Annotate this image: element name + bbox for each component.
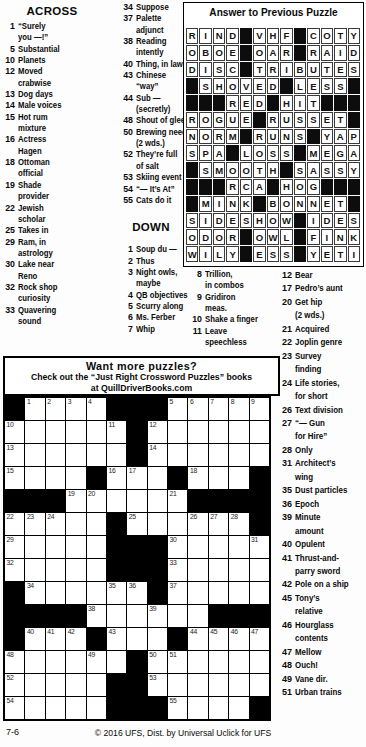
puzzle-cell[interactable] [188,559,207,581]
clue-number: 52 [118,149,133,160]
puzzle-cell[interactable] [168,605,187,627]
puzzle-cell[interactable]: 53 [148,674,167,696]
cell-number: 1 [27,398,30,406]
answer-cell: B [267,196,279,212]
puzzle-cell-black [127,697,146,719]
clue-across-1: 1“Surely you —!” [0,21,118,44]
puzzle-cell[interactable] [25,536,44,558]
puzzle-cell[interactable] [66,559,85,581]
answer-cell: A [321,45,333,61]
puzzle-cell[interactable] [148,490,167,512]
puzzle-cell[interactable] [87,536,106,558]
puzzle-cell[interactable]: 6 [188,398,207,420]
cell-number: 12 [149,421,156,429]
puzzle-cell[interactable]: 23 [25,513,44,535]
puzzle-cell[interactable]: 20 [87,490,106,512]
puzzle-cell[interactable] [66,536,85,558]
answer-cell: G [334,145,346,161]
cell-number: 26 [190,513,197,521]
answer-cell-black [186,95,198,111]
puzzle-cell[interactable] [148,467,167,489]
puzzle-cell[interactable] [87,697,106,719]
answer-cell: R [226,179,238,195]
puzzle-cell[interactable] [25,467,44,489]
cell-number: 49 [88,651,95,659]
answer-cell: O [213,229,225,245]
answer-cell-black [186,162,198,178]
puzzle-cell[interactable]: 44 [188,628,207,650]
across-header: ACROSS [0,5,104,18]
cell-number: 43 [108,628,115,636]
answer-cell: A [213,145,225,161]
answer-cell: S [199,78,211,94]
clue-down-22: 22Joplin genre [275,336,366,349]
puzzle-cell[interactable] [25,697,44,719]
answer-cell: O [186,229,198,245]
cell-number: 46 [231,628,238,636]
puzzle-cell[interactable] [46,467,65,489]
clue-number: 22 [275,336,292,349]
answer-cell: O [267,213,279,229]
puzzle-cell[interactable]: 52 [5,674,24,696]
puzzle-cell[interactable] [46,697,65,719]
puzzle-cell[interactable] [25,651,44,673]
puzzle-cell[interactable]: 33 [168,559,187,581]
puzzle-cell[interactable]: 17 [127,467,146,489]
puzzle-cell[interactable] [229,582,248,604]
puzzle-cell[interactable]: 1 [25,398,44,420]
puzzle-cell-black [87,628,106,650]
puzzle-cell[interactable]: 2 [46,398,65,420]
puzzle-cell[interactable] [188,697,207,719]
clue-text: Life stories, for short [295,377,357,404]
puzzle-cell[interactable]: 51 [168,651,187,673]
puzzle-cell-black [148,697,167,719]
clue-down-21: 21Acquired [275,323,366,336]
clue-number: 1 [118,244,133,255]
answer-cell: I [307,213,319,229]
puzzle-cell[interactable] [209,467,228,489]
answer-box-title: Answer to Previous Puzzle [188,6,360,18]
puzzle-cell[interactable]: 40 [25,628,44,650]
clue-across-16: 16Actress Hagen [0,134,118,157]
puzzle-cell[interactable] [66,421,85,443]
clue-text: “— Gun for Hire” [295,417,357,444]
clue-text: Shake a finger [205,314,267,325]
answer-cell: S [334,162,346,178]
puzzle-cell[interactable]: 19 [66,490,85,512]
puzzle-cell[interactable]: 25 [127,513,146,535]
puzzle-cell[interactable] [168,444,187,466]
clue-text: Survey finding [295,350,357,377]
puzzle-cell-black [250,467,269,489]
puzzle-cell[interactable] [188,582,207,604]
clue-down-5: 5Scurry along [118,301,184,312]
clue-across-5: 5Substantial [0,44,118,55]
clue-text: Whip [136,324,178,335]
puzzle-cell[interactable]: 41 [46,628,65,650]
puzzle-cell[interactable]: 24 [46,513,65,535]
answer-cell-black [280,78,292,94]
answer-cell: K [348,229,360,245]
puzzle-cell[interactable] [87,421,106,443]
answer-cell: Y [348,28,360,44]
puzzle-cell-black [107,674,126,696]
answer-cell-black [240,28,252,44]
clue-text: “— It’s At” [136,184,178,195]
answer-cell: H [280,179,292,195]
puzzle-cell[interactable] [250,421,269,443]
puzzle-cell[interactable] [250,444,269,466]
puzzle-cell[interactable] [250,582,269,604]
puzzle-cell[interactable] [66,582,85,604]
clue-number: 40 [275,538,292,551]
clue-across-52: 52They’re full of salt [118,149,184,172]
puzzle-cell[interactable]: 42 [66,628,85,650]
clue-number: 54 [118,184,133,195]
puzzle-cell[interactable]: 35 [107,582,126,604]
puzzle-cell[interactable]: 31 [250,536,269,558]
puzzle-cell[interactable] [148,628,167,650]
puzzle-cell[interactable]: 16 [107,467,126,489]
answer-cell: E [334,213,346,229]
puzzle-cell[interactable] [87,582,106,604]
puzzle-cell[interactable]: 5 [168,398,187,420]
answer-cell: N [294,196,306,212]
puzzle-cell[interactable] [209,559,228,581]
clue-number: 29 [0,237,15,248]
answer-cell: M [199,196,211,212]
answer-cell: E [321,145,333,161]
puzzle-cell[interactable] [168,421,187,443]
answer-cell: Y [226,246,238,262]
clue-number: 10 [185,314,202,325]
puzzle-cell[interactable] [87,559,106,581]
puzzle-cell[interactable] [66,513,85,535]
puzzle-cell[interactable]: 9 [250,398,269,420]
clue-down-45: 45Tony’s relative [275,592,366,619]
puzzle-cell[interactable] [229,467,248,489]
cell-number: 47 [251,628,258,636]
puzzle-cell[interactable] [188,651,207,673]
puzzle-cell[interactable]: 18 [188,467,207,489]
puzzle-cell[interactable] [209,674,228,696]
puzzle-cell[interactable]: 14 [148,444,167,466]
puzzle-cell-black [5,628,24,650]
puzzle-cell[interactable] [148,513,167,535]
answer-cell: A [253,179,265,195]
clue-across-25: 25Takes in [0,225,118,236]
answer-cell-black [267,95,279,111]
puzzle-cell[interactable] [25,421,44,443]
puzzle-cell[interactable] [209,421,228,443]
clue-text: Ram, in astrology [18,237,106,260]
main-puzzle-grid[interactable]: 1234567891011121314151617181920212223242… [3,396,271,721]
clue-number: 31 [275,457,292,470]
clue-text: Palette adjunct [136,13,178,36]
clue-number: 10 [0,55,15,66]
answer-cell: O [199,129,211,145]
across-clue-list-1: 1“Surely you —!”5Substantial10Planets12M… [0,21,118,327]
clue-text: Leave speechless [205,326,267,349]
puzzle-cell[interactable]: 13 [5,444,24,466]
puzzle-cell-black [168,628,187,650]
across-clues-column-1: ACROSS 1“Surely you —!”5Substantial10Pla… [0,5,118,327]
puzzle-cell[interactable]: 37 [168,582,187,604]
puzzle-cell[interactable] [250,651,269,673]
clue-down-31: 31Architect’s wing [275,457,366,484]
puzzle-cell-black [127,536,146,558]
puzzle-cell[interactable] [46,674,65,696]
answer-cell-black [307,129,319,145]
clue-text: Night owls, maybe [136,267,178,290]
answer-cell: I [348,246,360,262]
puzzle-cell[interactable] [87,674,106,696]
cell-number: 22 [7,513,14,521]
puzzle-cell[interactable] [25,559,44,581]
clue-across-19: 19Shade provider [0,180,118,203]
puzzle-cell[interactable]: 28 [229,513,248,535]
answer-cell: N [280,129,292,145]
clue-across-55: 55Cats do it [118,195,184,206]
clue-number: 36 [275,498,292,511]
clue-down-20: 20Get hip (2 wds.) [275,296,366,323]
puzzle-cell[interactable]: 39 [148,605,167,627]
puzzle-cell[interactable] [229,651,248,673]
puzzle-cell[interactable]: 38 [87,605,106,627]
puzzle-cell[interactable] [229,444,248,466]
cell-number: 18 [190,467,197,475]
clue-across-33: 33Quavering sound [0,305,118,328]
puzzle-cell[interactable] [107,605,126,627]
puzzle-cell-black [5,490,24,512]
answer-cell: D [321,213,333,229]
puzzle-cell[interactable] [209,536,228,558]
clue-across-14: 14Male voices [0,100,118,111]
answer-cell: U [267,129,279,145]
clue-text: Joplin genre [295,336,357,349]
clue-across-30: 30Lake near Reno [0,259,118,282]
answer-cell: C [240,179,252,195]
clue-number: 34 [118,2,133,13]
answer-cell: I [294,95,306,111]
answer-cell: S [348,62,360,78]
clues-column-2: 34Suppose37Palette adjunct38Reading inte… [118,2,184,335]
puzzle-cell[interactable] [127,605,146,627]
answer-cell-black [321,95,333,111]
answer-cell-black [240,229,252,245]
answer-cell: H [253,213,265,229]
clue-number: 46 [275,619,292,632]
puzzle-cell[interactable] [188,536,207,558]
answer-cell: E [253,246,265,262]
puzzle-cell[interactable]: 55 [168,697,187,719]
puzzle-cell[interactable]: 36 [127,582,146,604]
clue-number: 4 [118,290,133,301]
cell-number: 55 [170,697,177,705]
puzzle-cell[interactable] [87,513,106,535]
clue-text: Shade provider [18,180,106,203]
answer-cell: O [199,112,211,128]
puzzle-cell[interactable]: 32 [5,559,24,581]
puzzle-cell[interactable]: 3 [66,398,85,420]
cell-number: 41 [47,628,54,636]
puzzle-cell[interactable]: 43 [107,628,126,650]
puzzle-cell[interactable] [188,674,207,696]
puzzle-cell[interactable]: 46 [229,628,248,650]
answer-cell: D [348,45,360,61]
down-header: DOWN [118,221,184,234]
clue-number: 16 [0,134,15,145]
puzzle-cell[interactable] [250,674,269,696]
clue-number: 30 [0,259,15,270]
puzzle-cell[interactable]: 49 [87,651,106,673]
puzzle-cell[interactable] [25,674,44,696]
puzzle-cell[interactable]: 54 [5,697,24,719]
puzzle-cell[interactable] [46,651,65,673]
answer-cell: V [240,78,252,94]
puzzle-cell[interactable] [107,444,126,466]
clue-down-10: 10Shake a finger [185,314,275,325]
puzzle-cell[interactable] [46,559,65,581]
puzzle-cell[interactable] [188,605,207,627]
clue-number: 40 [118,59,133,70]
answer-cell: I [199,28,211,44]
puzzle-cell[interactable] [46,582,65,604]
answer-cell: C [226,62,238,78]
puzzle-cell[interactable] [87,444,106,466]
clue-number: 33 [0,305,15,316]
answer-cell-black [334,95,346,111]
clue-text: Get hip (2 wds.) [295,296,357,323]
answer-cell: S [199,162,211,178]
puzzle-cell[interactable]: 15 [5,467,24,489]
puzzle-cell[interactable] [188,444,207,466]
puzzle-cell[interactable]: 26 [188,513,207,535]
puzzle-cell[interactable] [209,444,228,466]
clue-text: Moved crabwise [18,66,106,89]
puzzle-cell[interactable] [127,628,146,650]
puzzle-cell[interactable] [66,444,85,466]
puzzle-cell[interactable]: 48 [5,651,24,673]
puzzle-cell[interactable]: 30 [168,536,187,558]
puzzle-cell[interactable]: 11 [107,421,126,443]
puzzle-cell[interactable] [188,421,207,443]
clue-across-44: 44Sub — (secretly) [118,93,184,116]
clue-number: 11 [185,326,202,337]
puzzle-cell[interactable] [229,421,248,443]
puzzle-cell-black [229,490,248,512]
puzzle-cell[interactable] [229,559,248,581]
clue-number: 1 [0,21,15,32]
clue-number: 28 [275,444,292,457]
puzzle-cell[interactable] [229,536,248,558]
cell-number: 17 [129,467,136,475]
clue-number: 44 [118,93,133,104]
puzzle-cell[interactable] [127,490,146,512]
clue-across-18: 18Ottoman official [0,157,118,180]
answer-cell: F [280,28,292,44]
puzzle-cell[interactable]: 21 [168,490,187,512]
puzzle-cell[interactable] [46,536,65,558]
puzzle-cell[interactable]: 29 [5,536,24,558]
clue-number: 48 [275,659,292,672]
answer-cell: W [267,229,279,245]
puzzle-cell[interactable]: 47 [250,628,269,650]
answer-cell: E [307,78,319,94]
puzzle-cell[interactable]: 27 [209,513,228,535]
answer-cell-black [348,112,360,128]
puzzle-cell[interactable] [168,674,187,696]
answer-cell: B [199,45,211,61]
puzzle-cell[interactable]: 4 [87,398,106,420]
puzzle-cell-black [5,582,24,604]
cell-number: 5 [170,398,173,406]
clue-text: Thrust-and- parry sword [295,552,357,579]
puzzle-cell-black [107,398,126,420]
puzzle-cell[interactable] [25,444,44,466]
clue-down-9: 9Gridiron meas. [185,292,275,315]
clue-text: Quavering sound [18,305,106,328]
clue-text: Hot rum mixture [18,112,106,135]
cell-number: 13 [7,444,14,452]
puzzle-cell[interactable]: 22 [5,513,24,535]
clue-number: 9 [185,292,202,303]
clue-number: 49 [275,673,292,686]
puzzle-cell[interactable] [168,513,187,535]
answer-cell: L [213,246,225,262]
cell-number: 37 [170,582,177,590]
puzzle-cell[interactable] [209,651,228,673]
puzzle-cell[interactable]: 34 [25,582,44,604]
puzzle-cell[interactable] [229,674,248,696]
puzzle-cell[interactable] [107,651,126,673]
puzzle-cell-black [107,513,126,535]
puzzle-cell[interactable]: 8 [229,398,248,420]
answer-cell: A [307,162,319,178]
cell-number: 51 [170,651,177,659]
clue-down-3: 3Night owls, maybe [118,267,184,290]
answer-cell: T [307,95,319,111]
answer-cell: T [334,246,346,262]
puzzle-cell[interactable] [46,444,65,466]
clue-down-51: 51Urban trains [275,686,366,699]
puzzle-cell[interactable]: 12 [148,421,167,443]
puzzle-cell[interactable]: 10 [5,421,24,443]
puzzle-cell[interactable] [209,697,228,719]
answer-cell-black [294,229,306,245]
puzzle-cell[interactable] [46,421,65,443]
clue-number: 37 [118,13,133,24]
puzzle-cell[interactable]: 50 [148,651,167,673]
puzzle-cell[interactable] [229,697,248,719]
puzzle-cell[interactable] [250,559,269,581]
puzzle-cell[interactable]: 45 [209,628,228,650]
clue-text: Scurry along [136,301,183,312]
cell-number: 25 [129,513,136,521]
clue-number: 22 [0,203,15,214]
clue-number: 21 [275,323,292,336]
clue-across-32: 32Rock shop curiosity [0,282,118,305]
puzzle-cell[interactable] [66,674,85,696]
puzzle-cell[interactable] [107,490,126,512]
puzzle-cell[interactable] [66,697,85,719]
puzzle-cell[interactable]: 7 [209,398,228,420]
answer-cell: S [307,112,319,128]
puzzle-cell[interactable] [209,582,228,604]
puzzle-cell[interactable] [66,651,85,673]
puzzle-cell[interactable] [66,467,85,489]
